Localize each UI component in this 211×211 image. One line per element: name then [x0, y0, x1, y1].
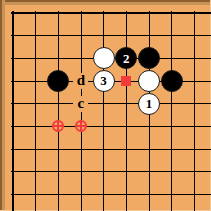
move-number: 1 [146, 97, 153, 110]
white-stone-move-3: 3 [93, 70, 115, 92]
board-point: 2 [115, 47, 138, 70]
board-point: 1 [138, 92, 161, 115]
move-number: 3 [100, 74, 107, 87]
board-point: d [70, 70, 93, 93]
go-board-diagram: 2d3c1 [0, 0, 211, 211]
white-stone [138, 70, 160, 92]
board-point [70, 115, 93, 138]
black-stone-move-2: 2 [115, 47, 137, 69]
letter-label-d: d [73, 73, 88, 89]
board-grid: 2d3c1 [2, 2, 206, 206]
board-point: c [70, 92, 93, 115]
board-point [47, 70, 70, 93]
red-circle-marker [75, 120, 87, 132]
black-stone [47, 70, 69, 92]
white-stone-move-1: 1 [138, 93, 160, 115]
red-square-marker [121, 76, 131, 86]
white-stone [93, 47, 115, 69]
red-circle-marker [52, 120, 64, 132]
marker-ring [75, 120, 87, 132]
marker-ring [52, 120, 64, 132]
board-point [160, 70, 183, 93]
board-point [115, 70, 138, 93]
board-point: 3 [92, 70, 115, 93]
letter-label-c: c [73, 96, 88, 112]
board-point [138, 70, 161, 93]
black-stone [161, 70, 183, 92]
move-number: 2 [123, 52, 130, 65]
black-stone [138, 47, 160, 69]
board-point [47, 115, 70, 138]
board-point [92, 47, 115, 70]
board-point [138, 47, 161, 70]
go-board: 2d3c1 [0, 0, 211, 211]
